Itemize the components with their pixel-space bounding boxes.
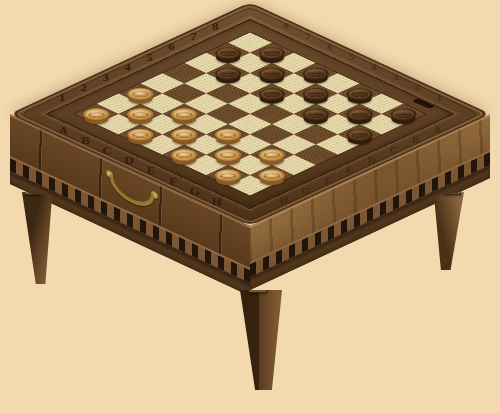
light-piece-g3[interactable]: ⛀ [259,149,285,161]
light-piece-d2[interactable]: ⛀ [171,128,197,140]
dark-piece-c7[interactable]: ⛂ [259,67,285,79]
coord-rank-5-upper-right: 5 [343,50,360,63]
coord-file-A-lower-right: A [429,123,446,136]
dark-piece-h6[interactable]: ⛂ [347,128,373,140]
table-leg-front [240,290,282,390]
coord-file-G-lower-right: G [298,184,315,197]
light-piece-h2[interactable]: ⛀ [259,169,285,181]
dark-piece-f6[interactable]: ⛂ [303,108,329,120]
light-piece-f2[interactable]: ⛀ [215,149,241,161]
coord-file-B-lower-right: B [407,133,424,146]
coord-file-D-lower-right: D [363,153,380,166]
dark-piece-b6[interactable]: ⛂ [215,67,241,79]
coord-rank-2-upper-right: 2 [409,81,426,94]
coord-file-F-lower-right: F [320,174,337,187]
light-piece-c3[interactable]: ⛀ [171,108,197,120]
coord-rank-1-upper-right: 1 [431,91,448,104]
dark-piece-a7[interactable]: ⛂ [215,47,241,59]
dark-piece-d6[interactable]: ⛂ [259,88,285,100]
coord-rank-8-upper-right: 8 [277,20,294,33]
table-leg-left [22,192,52,284]
game-table-photo: 1122334455667788AABBCCDDEEFFGGHH ⛂⛂⛂⛂⛂⛂⛂… [0,0,500,413]
table-leg-right [434,192,464,270]
dark-piece-d8[interactable]: ⛂ [303,67,329,79]
light-piece-g1[interactable]: ⛀ [215,169,241,181]
light-piece-a3[interactable]: ⛀ [127,88,153,100]
dark-piece-f8[interactable]: ⛂ [347,88,373,100]
coord-rank-7-upper-right: 7 [299,30,316,43]
light-piece-e3[interactable]: ⛀ [215,128,241,140]
coord-file-C-lower-right: C [385,143,402,156]
light-piece-b2[interactable]: ⛀ [127,108,153,120]
light-piece-c1[interactable]: ⛀ [127,128,153,140]
coord-rank-4-upper-right: 4 [365,60,382,73]
coord-file-H-lower-right: H [276,194,293,207]
light-piece-e1[interactable]: ⛀ [171,149,197,161]
dark-piece-e7[interactable]: ⛂ [303,88,329,100]
dark-piece-h8[interactable]: ⛂ [390,108,416,120]
dark-piece-b8[interactable]: ⛂ [259,47,285,59]
dark-piece-g7[interactable]: ⛂ [347,108,373,120]
coord-rank-6-upper-right: 6 [321,40,338,53]
coord-file-E-lower-right: E [342,164,359,177]
coord-rank-3-upper-right: 3 [387,71,404,84]
light-piece-a1[interactable]: ⛀ [84,108,110,120]
